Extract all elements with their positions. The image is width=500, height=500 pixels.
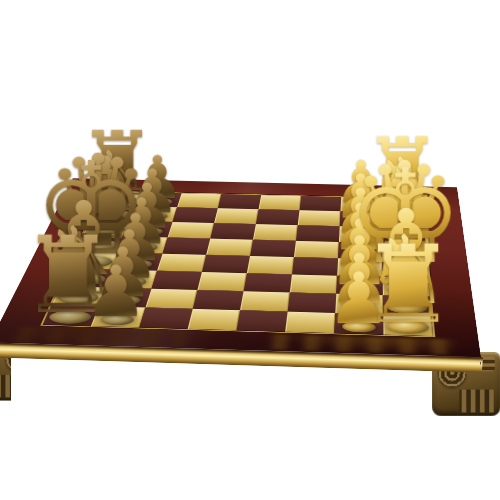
square-a2: ♟ <box>341 197 382 212</box>
square-f7: ♟ <box>106 270 157 289</box>
square-g6 <box>146 289 198 309</box>
piece-base <box>343 301 376 312</box>
piece-base <box>79 239 121 251</box>
square-h7: ♟ <box>91 306 146 327</box>
square-a1: ♜ <box>381 198 423 213</box>
piece-base <box>346 217 375 226</box>
square-e3 <box>292 257 338 275</box>
square-c6 <box>168 222 214 239</box>
square-d4 <box>250 240 296 258</box>
square-a3 <box>299 196 341 211</box>
square-g2: ♟ <box>335 294 383 315</box>
square-g8: ♞ <box>52 286 106 306</box>
square-e4 <box>247 256 294 274</box>
square-g5 <box>193 290 244 310</box>
board-grid: ♜♟♟♜♞♟♟♞♝♟♟♝♛♟♟♛♚♟♟♚♝♟♟♝♞♟♟♞♜♟♟♜ <box>43 191 433 336</box>
square-f8: ♝ <box>60 268 112 287</box>
square-h5 <box>188 309 240 330</box>
piece-base <box>347 203 375 211</box>
square-a6 <box>177 193 221 208</box>
square-b1: ♞ <box>382 212 425 228</box>
square-g3 <box>288 293 337 314</box>
square-c7: ♟ <box>125 221 172 238</box>
piece-base <box>386 264 426 277</box>
square-b8: ♞ <box>90 205 137 221</box>
square-a4 <box>259 195 302 210</box>
piece-base <box>344 283 376 293</box>
piece-base <box>120 259 153 269</box>
square-h4 <box>236 310 287 332</box>
chess-board: ♜♟♟♜♞♟♟♞♝♟♟♝♛♟♟♛♚♟♟♚♝♟♟♝♞♟♟♞♜♟♟♜ <box>0 178 481 357</box>
square-b6 <box>173 207 218 223</box>
square-b3 <box>298 210 341 226</box>
square-a7: ♟ <box>137 192 182 207</box>
square-e7: ♟ <box>113 253 163 271</box>
square-f4 <box>244 273 292 292</box>
playing-area-frame: ♜♟♟♜♞♟♟♞♝♟♟♝♛♟♟♛♚♟♟♚♝♟♟♝♞♟♟♞♜♟♟♜ <box>40 191 435 338</box>
square-h8: ♜ <box>43 305 99 326</box>
piece-base <box>132 227 164 236</box>
piece-base <box>345 248 375 257</box>
square-b7: ♟ <box>131 206 177 222</box>
square-b4 <box>256 209 300 225</box>
square-h1: ♜ <box>383 314 433 336</box>
square-e2: ♟ <box>337 258 382 277</box>
piece-base <box>385 231 423 242</box>
square-e5 <box>202 255 250 273</box>
square-d8: ♛ <box>76 235 126 252</box>
piece-base <box>47 310 94 324</box>
square-c5 <box>210 223 256 240</box>
square-f5 <box>197 272 246 291</box>
square-a8: ♜ <box>96 191 142 206</box>
square-g1: ♞ <box>383 295 431 316</box>
square-a5 <box>218 194 261 209</box>
piece-base <box>106 295 141 306</box>
square-c3 <box>296 225 340 242</box>
leg-flutes <box>459 390 493 413</box>
square-d7: ♟ <box>119 236 168 253</box>
square-c8: ♝ <box>83 220 131 236</box>
piece-base <box>385 216 422 227</box>
piece-base <box>386 300 428 314</box>
square-h6 <box>139 308 192 329</box>
square-b2: ♟ <box>340 211 382 227</box>
piece-base <box>93 209 132 220</box>
piece-base <box>346 232 375 241</box>
square-c1: ♝ <box>382 227 426 244</box>
square-g4 <box>240 291 290 311</box>
square-f2: ♟ <box>336 276 383 296</box>
square-e6 <box>157 254 206 272</box>
piece-base <box>99 314 135 325</box>
piece-base <box>384 202 420 212</box>
square-b5 <box>214 208 258 224</box>
square-c2: ♟ <box>339 226 382 243</box>
piece-base <box>113 277 147 287</box>
perspective-scene: ♜♟♟♜♞♟♟♞♝♟♟♝♛♟♟♛♚♟♟♚♝♟♟♝♞♟♟♞♜♟♟♜ <box>0 0 500 500</box>
piece-base <box>86 224 126 235</box>
piece-base <box>386 281 427 294</box>
piece-base <box>138 212 169 220</box>
square-f1: ♝ <box>383 277 430 297</box>
leg-flutes <box>0 375 12 397</box>
square-e8: ♚ <box>68 251 119 269</box>
square-d5 <box>206 239 253 256</box>
piece-base <box>344 265 375 275</box>
board-right-edge <box>456 187 481 374</box>
piece-base <box>64 273 108 286</box>
square-d2: ♟ <box>338 242 382 260</box>
square-g7: ♟ <box>99 287 152 307</box>
piece-base <box>99 195 137 205</box>
square-c4 <box>253 224 298 241</box>
chess-set-photo: ♜♟♟♜♞♟♟♞♝♟♟♝♛♟♟♛♚♟♟♚♝♟♟♝♞♟♟♞♜♟♟♜ <box>0 0 500 500</box>
square-d6 <box>163 237 211 254</box>
piece-base <box>387 320 430 335</box>
square-h2: ♟ <box>334 313 383 335</box>
square-h3 <box>285 312 335 334</box>
piece-base <box>126 243 158 252</box>
square-d3 <box>294 241 339 259</box>
piece-base <box>72 256 115 268</box>
square-d1: ♛ <box>382 243 427 261</box>
piece-base <box>342 321 376 333</box>
piece-base <box>385 247 424 259</box>
square-e1: ♚ <box>382 260 428 279</box>
square-f3 <box>290 274 337 293</box>
piece-base <box>55 291 100 305</box>
piece-base <box>143 198 173 206</box>
square-f6 <box>151 271 201 290</box>
